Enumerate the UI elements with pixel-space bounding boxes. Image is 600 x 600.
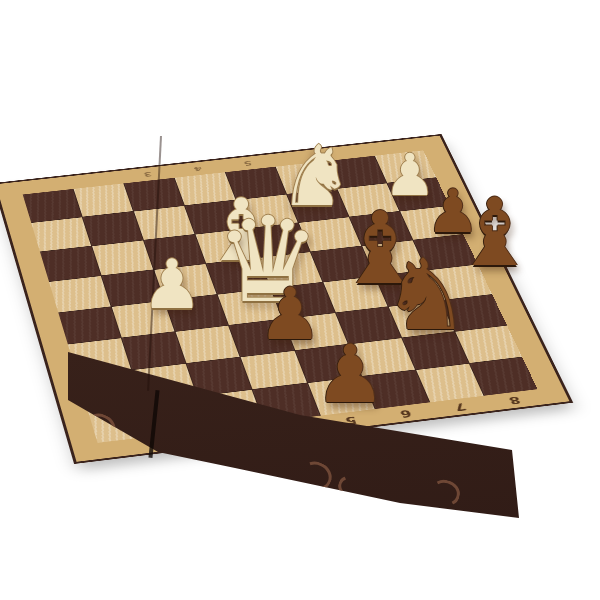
black-knight-g7[interactable]: ♞ <box>382 246 470 344</box>
white-pawn-f4[interactable]: ♟ <box>142 251 203 319</box>
pieces-layer: ♟♞♟♝♝♝♛♟♞♟♟ <box>0 0 600 600</box>
black-pawn-g6[interactable]: ♟ <box>258 278 323 350</box>
black-pawn-glyph: ♟ <box>258 278 323 350</box>
black-pawn-h7[interactable]: ♟ <box>314 335 386 415</box>
chess-set-photo: 45678345 ♟♞♟♝♝♝♛♟♞♟♟ <box>0 0 600 600</box>
black-pawn-glyph: ♟ <box>314 335 386 415</box>
white-pawn-glyph: ♟ <box>142 251 203 319</box>
black-knight-glyph: ♞ <box>382 246 470 344</box>
